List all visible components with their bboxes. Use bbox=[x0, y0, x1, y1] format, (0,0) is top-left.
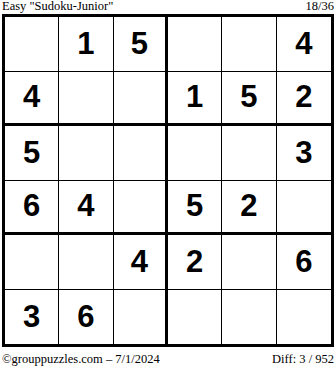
cell-r6c4 bbox=[168, 290, 222, 345]
given-count: 18/36 bbox=[306, 0, 334, 13]
cell-r6c3 bbox=[114, 290, 168, 345]
cell-r3c6: 3 bbox=[277, 126, 331, 181]
cell-r2c2 bbox=[59, 72, 113, 127]
cell-r4c3 bbox=[114, 181, 168, 236]
sudoku-board: 154415253645242636 bbox=[2, 14, 334, 347]
cell-r1c4 bbox=[168, 17, 222, 72]
header: Easy "Sudoku-Junior" 18/36 bbox=[0, 0, 336, 14]
cell-r3c2 bbox=[59, 126, 113, 181]
copyright-date: ©grouppuzzles.com – 7/1/2024 bbox=[2, 352, 160, 366]
cell-r2c3 bbox=[114, 72, 168, 127]
cell-r1c5 bbox=[222, 17, 276, 72]
cell-r3c4 bbox=[168, 126, 222, 181]
cell-r2c1: 4 bbox=[5, 72, 59, 127]
cell-r5c2 bbox=[59, 235, 113, 290]
cell-r3c1: 5 bbox=[5, 126, 59, 181]
cell-r5c5 bbox=[222, 235, 276, 290]
cell-r1c6: 4 bbox=[277, 17, 331, 72]
cell-r6c1: 3 bbox=[5, 290, 59, 345]
cell-r6c5 bbox=[222, 290, 276, 345]
cell-r4c1: 6 bbox=[5, 181, 59, 236]
cell-r5c1 bbox=[5, 235, 59, 290]
cell-r4c5: 2 bbox=[222, 181, 276, 236]
cell-r4c6 bbox=[277, 181, 331, 236]
cell-r3c3 bbox=[114, 126, 168, 181]
footer: ©grouppuzzles.com – 7/1/2024 Diff: 3 / 9… bbox=[0, 352, 336, 366]
cell-r4c2: 4 bbox=[59, 181, 113, 236]
puzzle-title: Easy "Sudoku-Junior" bbox=[2, 0, 113, 13]
cell-r4c4: 5 bbox=[168, 181, 222, 236]
cell-r5c3: 4 bbox=[114, 235, 168, 290]
difficulty-rating: Diff: 3 / 952 bbox=[272, 352, 334, 366]
cell-r5c6: 6 bbox=[277, 235, 331, 290]
cell-r6c2: 6 bbox=[59, 290, 113, 345]
cell-r2c4: 1 bbox=[168, 72, 222, 127]
cell-r1c3: 5 bbox=[114, 17, 168, 72]
puzzle-page: Easy "Sudoku-Junior" 18/36 1544152536452… bbox=[0, 0, 336, 370]
cell-r3c5 bbox=[222, 126, 276, 181]
cell-r5c4: 2 bbox=[168, 235, 222, 290]
cell-r2c5: 5 bbox=[222, 72, 276, 127]
cell-r2c6: 2 bbox=[277, 72, 331, 127]
cell-r1c1 bbox=[5, 17, 59, 72]
cell-r6c6 bbox=[277, 290, 331, 345]
cell-r1c2: 1 bbox=[59, 17, 113, 72]
